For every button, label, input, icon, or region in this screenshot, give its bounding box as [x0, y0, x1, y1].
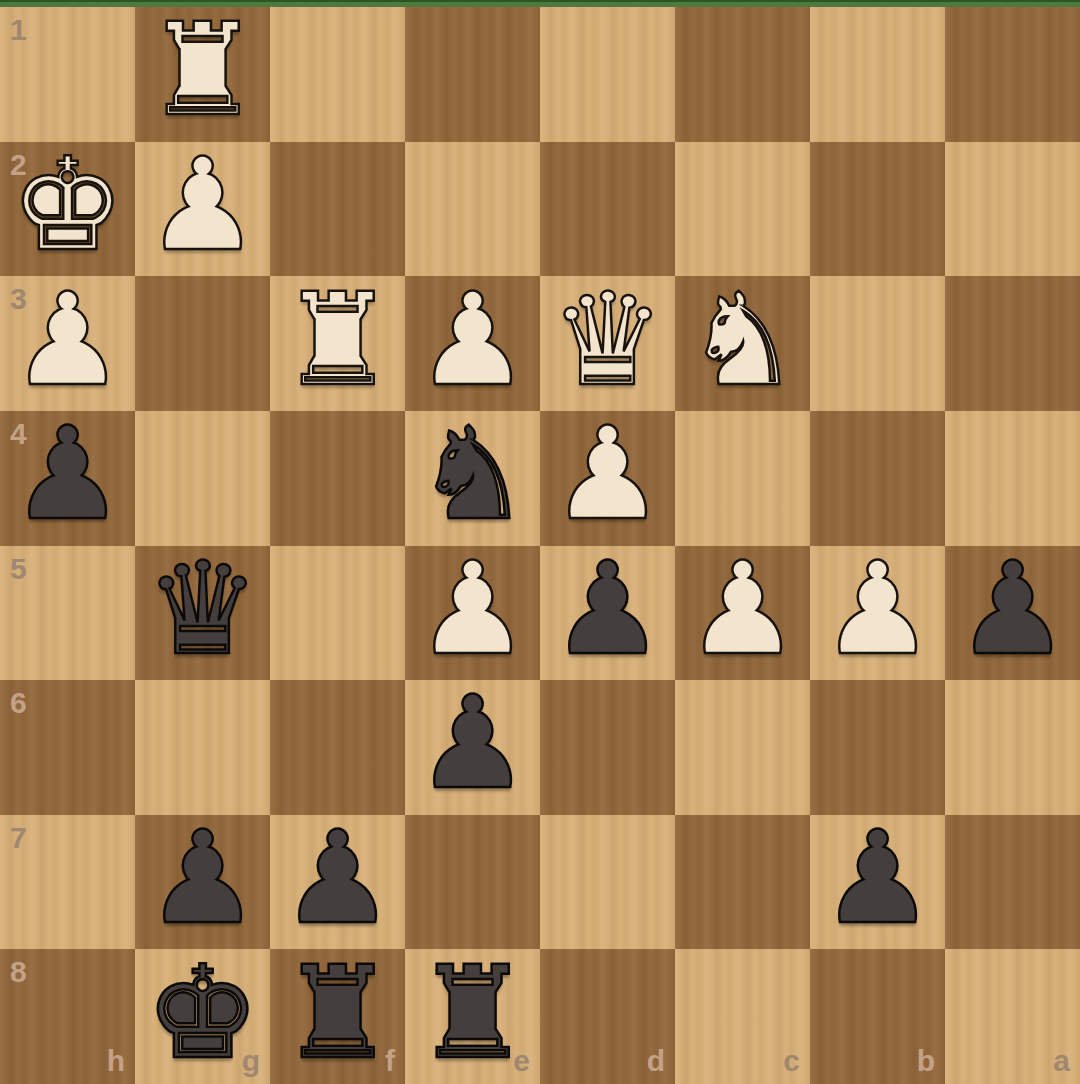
square-g1[interactable]: ♜: [135, 7, 270, 142]
square-d6[interactable]: [540, 680, 675, 815]
piece-black-pawn[interactable]: ♟: [415, 679, 530, 807]
rank-label-5: 5: [10, 554, 27, 584]
square-d2[interactable]: [540, 142, 675, 277]
file-label-a: a: [1053, 1046, 1070, 1076]
square-c6[interactable]: [675, 680, 810, 815]
piece-white-pawn[interactable]: ♟: [820, 545, 935, 673]
square-b7[interactable]: ♟: [810, 815, 945, 950]
square-a7[interactable]: [945, 815, 1080, 950]
square-g7[interactable]: ♟: [135, 815, 270, 950]
square-e2[interactable]: [405, 142, 540, 277]
piece-white-pawn[interactable]: ♟: [550, 410, 665, 538]
square-g2[interactable]: ♟: [135, 142, 270, 277]
square-c1[interactable]: [675, 7, 810, 142]
piece-white-pawn[interactable]: ♟: [685, 545, 800, 673]
square-g4[interactable]: [135, 411, 270, 546]
square-c3[interactable]: ♞: [675, 276, 810, 411]
square-e3[interactable]: ♟: [405, 276, 540, 411]
square-f3[interactable]: ♜: [270, 276, 405, 411]
piece-white-pawn[interactable]: ♟: [415, 545, 530, 673]
piece-black-queen[interactable]: ♛: [145, 545, 260, 673]
square-h4[interactable]: 4♟: [0, 411, 135, 546]
piece-black-knight[interactable]: ♞: [415, 410, 530, 538]
square-c8[interactable]: c: [675, 949, 810, 1084]
square-c4[interactable]: [675, 411, 810, 546]
square-c2[interactable]: [675, 142, 810, 277]
square-b3[interactable]: [810, 276, 945, 411]
square-h5[interactable]: 5: [0, 546, 135, 681]
square-h7[interactable]: 7: [0, 815, 135, 950]
file-label-d: d: [647, 1046, 665, 1076]
square-f1[interactable]: [270, 7, 405, 142]
file-label-e: e: [513, 1046, 530, 1076]
piece-white-pawn[interactable]: ♟: [10, 276, 125, 404]
square-c5[interactable]: ♟: [675, 546, 810, 681]
square-f7[interactable]: ♟: [270, 815, 405, 950]
square-a6[interactable]: [945, 680, 1080, 815]
square-e4[interactable]: ♞: [405, 411, 540, 546]
rank-label-8: 8: [10, 957, 27, 987]
piece-white-knight[interactable]: ♞: [685, 276, 800, 404]
square-h2[interactable]: 2♚: [0, 142, 135, 277]
square-g3[interactable]: [135, 276, 270, 411]
piece-black-pawn[interactable]: ♟: [820, 814, 935, 942]
rank-label-3: 3: [10, 284, 27, 314]
square-b4[interactable]: [810, 411, 945, 546]
piece-black-pawn[interactable]: ♟: [280, 814, 395, 942]
file-label-f: f: [385, 1046, 395, 1076]
square-d3[interactable]: ♛: [540, 276, 675, 411]
rank-label-6: 6: [10, 688, 27, 718]
square-b2[interactable]: [810, 142, 945, 277]
square-f5[interactable]: [270, 546, 405, 681]
square-b6[interactable]: [810, 680, 945, 815]
rank-label-7: 7: [10, 823, 27, 853]
square-f2[interactable]: [270, 142, 405, 277]
square-d5[interactable]: ♟: [540, 546, 675, 681]
piece-white-rook[interactable]: ♜: [145, 6, 260, 134]
square-a3[interactable]: [945, 276, 1080, 411]
square-d7[interactable]: [540, 815, 675, 950]
piece-white-queen[interactable]: ♛: [550, 276, 665, 404]
square-g5[interactable]: ♛: [135, 546, 270, 681]
square-b8[interactable]: b: [810, 949, 945, 1084]
square-e1[interactable]: [405, 7, 540, 142]
square-h1[interactable]: 1: [0, 7, 135, 142]
piece-white-king[interactable]: ♚: [10, 141, 125, 269]
square-b5[interactable]: ♟: [810, 546, 945, 681]
rank-label-2: 2: [10, 150, 27, 180]
square-c7[interactable]: [675, 815, 810, 950]
piece-black-rook[interactable]: ♜: [280, 949, 395, 1077]
square-a8[interactable]: a: [945, 949, 1080, 1084]
square-g8[interactable]: g♚: [135, 949, 270, 1084]
square-d1[interactable]: [540, 7, 675, 142]
square-a4[interactable]: [945, 411, 1080, 546]
piece-white-rook[interactable]: ♜: [280, 276, 395, 404]
rank-label-1: 1: [10, 15, 27, 45]
rank-label-4: 4: [10, 419, 27, 449]
square-f8[interactable]: f♜: [270, 949, 405, 1084]
square-e5[interactable]: ♟: [405, 546, 540, 681]
square-a1[interactable]: [945, 7, 1080, 142]
piece-black-pawn[interactable]: ♟: [550, 545, 665, 673]
chess-app-screen: 1♜2♚♟3♟♜♟♛♞4♟♞♟5♛♟♟♟♟♟6♟7♟♟♟8hg♚f♜e♜dcba: [0, 0, 1080, 1084]
file-label-c: c: [783, 1046, 800, 1076]
square-d4[interactable]: ♟: [540, 411, 675, 546]
square-b1[interactable]: [810, 7, 945, 142]
square-f4[interactable]: [270, 411, 405, 546]
square-f6[interactable]: [270, 680, 405, 815]
piece-white-pawn[interactable]: ♟: [415, 276, 530, 404]
square-e6[interactable]: ♟: [405, 680, 540, 815]
square-h3[interactable]: 3♟: [0, 276, 135, 411]
square-e7[interactable]: [405, 815, 540, 950]
square-g6[interactable]: [135, 680, 270, 815]
square-d8[interactable]: d: [540, 949, 675, 1084]
piece-black-pawn[interactable]: ♟: [955, 545, 1070, 673]
file-label-b: b: [917, 1046, 935, 1076]
square-e8[interactable]: e♜: [405, 949, 540, 1084]
piece-white-pawn[interactable]: ♟: [145, 141, 260, 269]
square-a5[interactable]: ♟: [945, 546, 1080, 681]
square-h6[interactable]: 6: [0, 680, 135, 815]
square-a2[interactable]: [945, 142, 1080, 277]
file-label-g: g: [242, 1046, 260, 1076]
file-label-h: h: [107, 1046, 125, 1076]
piece-black-pawn[interactable]: ♟: [10, 410, 125, 538]
chess-board: 1♜2♚♟3♟♜♟♛♞4♟♞♟5♛♟♟♟♟♟6♟7♟♟♟8hg♚f♜e♜dcba: [0, 7, 1080, 1084]
square-h8[interactable]: 8h: [0, 949, 135, 1084]
piece-black-pawn[interactable]: ♟: [145, 814, 260, 942]
